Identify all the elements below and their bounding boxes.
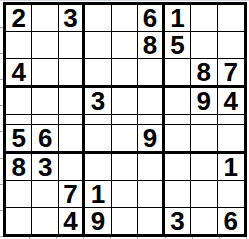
cell-r8c8[interactable] — [191, 181, 217, 208]
given-digit: 6 — [224, 208, 238, 234]
bottom-edge-ticks — [3, 237, 247, 239]
given-digit: 3 — [63, 5, 77, 31]
given-digit: 1 — [170, 5, 184, 31]
cell-r2c3[interactable] — [59, 32, 85, 59]
given-digit: 7 — [63, 181, 77, 207]
cell-r2c7[interactable]: 5 — [165, 32, 191, 59]
cell-r6c1[interactable]: 5 — [6, 125, 32, 154]
given-digit: 8 — [197, 59, 211, 85]
cell-r7c2[interactable]: 3 — [32, 154, 58, 181]
given-digit: 8 — [143, 32, 157, 58]
cell-r6c2[interactable]: 6 — [32, 125, 58, 154]
cell-r6c9[interactable] — [218, 125, 244, 154]
given-digit: 9 — [91, 208, 105, 234]
cell-r2c1[interactable] — [6, 32, 32, 59]
cell-r4c7[interactable] — [165, 88, 191, 115]
cell-r9c7[interactable]: 3 — [165, 208, 191, 234]
given-digit: 6 — [38, 125, 52, 151]
cell-r1c2[interactable] — [32, 5, 58, 32]
given-digit: 1 — [91, 181, 105, 207]
cell-r6c3[interactable] — [59, 125, 85, 154]
cell-r3c3[interactable] — [59, 59, 85, 88]
cell-r2c5[interactable] — [112, 32, 138, 59]
cell-r1c5[interactable] — [112, 5, 138, 32]
cell-r9c2[interactable] — [32, 208, 58, 234]
cell-r4c3[interactable] — [59, 88, 85, 115]
sudoku-screen: 236185487394569831714936 — [0, 0, 249, 239]
cell-r8c6[interactable] — [138, 181, 164, 208]
cell-r3c7[interactable] — [165, 59, 191, 88]
given-digit: 9 — [197, 88, 211, 114]
cell-r4c8[interactable]: 9 — [191, 88, 217, 115]
cell-r4c6[interactable] — [138, 88, 164, 115]
cell-r7c9[interactable]: 1 — [218, 154, 244, 181]
cell-r1c4[interactable] — [85, 5, 111, 32]
cell-r5c4[interactable] — [85, 115, 111, 125]
cell-r2c2[interactable] — [32, 32, 58, 59]
cell-r1c6[interactable]: 6 — [138, 5, 164, 32]
cell-r7c3[interactable] — [59, 154, 85, 181]
cell-r3c4[interactable] — [85, 59, 111, 88]
cell-r5c8[interactable] — [191, 115, 217, 125]
cell-r4c2[interactable] — [32, 88, 58, 115]
given-digit: 6 — [143, 5, 157, 31]
cell-r3c6[interactable] — [138, 59, 164, 88]
given-digit: 3 — [170, 208, 184, 234]
given-digit: 4 — [63, 208, 77, 234]
cell-r1c9[interactable] — [218, 5, 244, 32]
given-digit: 1 — [224, 154, 238, 180]
cell-r7c7[interactable] — [165, 154, 191, 181]
given-digit: 5 — [170, 32, 184, 58]
cell-r3c1[interactable]: 4 — [6, 59, 32, 88]
cell-r2c6[interactable]: 8 — [138, 32, 164, 59]
cell-r8c1[interactable] — [6, 181, 32, 208]
given-digit: 3 — [91, 88, 105, 114]
cell-r3c8[interactable]: 8 — [191, 59, 217, 88]
cell-r9c8[interactable] — [191, 208, 217, 234]
cell-r9c6[interactable] — [138, 208, 164, 234]
given-digit: 7 — [224, 59, 238, 85]
given-digit: 2 — [11, 5, 25, 31]
cell-r7c4[interactable] — [85, 154, 111, 181]
cell-r5c5[interactable] — [112, 115, 138, 125]
cell-r6c8[interactable] — [191, 125, 217, 154]
given-digit: 5 — [11, 125, 25, 151]
cell-r9c1[interactable] — [6, 208, 32, 234]
cell-r2c9[interactable] — [218, 32, 244, 59]
cell-r8c3[interactable]: 7 — [59, 181, 85, 208]
cell-r6c4[interactable] — [85, 125, 111, 154]
top-edge-hairline — [0, 0, 249, 1]
cell-r8c7[interactable] — [165, 181, 191, 208]
cell-r7c1[interactable]: 8 — [6, 154, 32, 181]
cell-r8c4[interactable]: 1 — [85, 181, 111, 208]
cell-r1c1[interactable]: 2 — [6, 5, 32, 32]
given-digit: 9 — [143, 125, 157, 151]
cell-r2c8[interactable] — [191, 32, 217, 59]
given-digit: 4 — [224, 88, 238, 114]
cell-r9c9[interactable]: 6 — [218, 208, 244, 234]
cell-r5c3[interactable] — [59, 115, 85, 125]
given-digit: 4 — [11, 59, 25, 85]
given-digit: 8 — [11, 154, 25, 180]
cell-r4c4[interactable]: 3 — [85, 88, 111, 115]
cell-r3c9[interactable]: 7 — [218, 59, 244, 88]
cell-r2c4[interactable] — [85, 32, 111, 59]
cell-r9c3[interactable]: 4 — [59, 208, 85, 234]
sudoku-board: 236185487394569831714936 — [3, 2, 247, 237]
cell-r4c5[interactable] — [112, 88, 138, 115]
cell-r3c2[interactable] — [32, 59, 58, 88]
cell-r5c7[interactable] — [165, 115, 191, 125]
cell-r4c9[interactable]: 4 — [218, 88, 244, 115]
cell-r8c9[interactable] — [218, 181, 244, 208]
cell-r5c9[interactable] — [218, 115, 244, 125]
cell-r7c5[interactable] — [112, 154, 138, 181]
given-digit: 3 — [38, 154, 52, 180]
cell-r8c2[interactable] — [32, 181, 58, 208]
cell-r4c1[interactable] — [6, 88, 32, 115]
cell-r6c5[interactable] — [112, 125, 138, 154]
cell-r1c7[interactable]: 1 — [165, 5, 191, 32]
cell-r7c6[interactable] — [138, 154, 164, 181]
cell-r6c7[interactable] — [165, 125, 191, 154]
cell-r1c3[interactable]: 3 — [59, 5, 85, 32]
cell-r3c5[interactable] — [112, 59, 138, 88]
cell-r1c8[interactable] — [191, 5, 217, 32]
cell-r9c5[interactable] — [112, 208, 138, 234]
cell-r9c4[interactable]: 9 — [85, 208, 111, 234]
cell-r6c6[interactable]: 9 — [138, 125, 164, 154]
cell-r8c5[interactable] — [112, 181, 138, 208]
cell-r7c8[interactable] — [191, 154, 217, 181]
